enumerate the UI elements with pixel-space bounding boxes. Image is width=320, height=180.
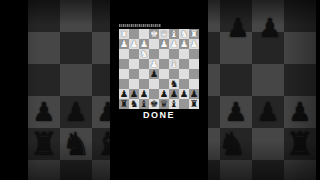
square-b7[interactable]: ♟ [179,89,189,99]
square-d3[interactable] [159,49,169,59]
background-square [284,32,316,64]
square-b5[interactable] [179,69,189,79]
square-c2[interactable]: ♟ [169,39,179,49]
background-square [284,64,316,96]
bg-pawn-icon: ♟ [222,12,254,44]
background-square [284,160,316,180]
square-d8[interactable]: ♛ [159,99,169,109]
square-e1[interactable]: ♚ [149,29,159,39]
bg-pawn-icon: ♟ [254,12,286,44]
tiny-caption-strip [119,24,161,27]
bg-rook-icon: ♜ [28,128,60,160]
square-a5[interactable] [189,69,199,79]
black-rook: ♜ [120,99,129,109]
square-b8[interactable] [179,99,189,109]
background-square [220,64,252,96]
background-square [28,0,60,32]
square-h2[interactable]: ♟ [119,39,129,49]
square-b2[interactable]: ♟ [179,39,189,49]
background-square [60,32,92,64]
white-pawn: ♟ [130,39,139,49]
square-f4[interactable] [139,59,149,69]
square-h4[interactable] [119,59,129,69]
black-queen: ♛ [160,99,169,109]
background-square [252,128,284,160]
white-pawn: ♟ [180,39,189,49]
bg-knight-icon: ♞ [60,128,92,160]
square-f8[interactable]: ♝ [139,99,149,109]
white-pawn: ♟ [120,39,129,49]
bg-pawn-icon: ♟ [28,96,60,128]
background-square [28,32,60,64]
bg-pawn-icon: ♟ [60,96,92,128]
video-frame: ♟♟♟♟♟♜♞♝♟♟♟♞♜ ♜♚♛♝♞♜♟♟♟♟♟♟♟♞♟♝♟♞♟♟♟♟♟♟♟♜… [0,0,320,180]
square-d5[interactable] [159,69,169,79]
square-e2[interactable] [149,39,159,49]
square-d2[interactable]: ♟ [159,39,169,49]
background-square [252,64,284,96]
background-square [60,0,92,32]
background-square [252,160,284,180]
square-d4[interactable] [159,59,169,69]
square-g3[interactable] [129,49,139,59]
black-pawn: ♟ [150,69,159,79]
black-king: ♚ [150,99,159,109]
puzzle-card: ♜♚♛♝♞♜♟♟♟♟♟♟♟♞♟♝♟♞♟♟♟♟♟♟♟♜♞♝♚♛♝♜ DONE [110,0,208,180]
square-c8[interactable]: ♝ [169,99,179,109]
square-c4[interactable]: ♝ [169,59,179,69]
done-button[interactable]: DONE [110,110,208,120]
background-square [220,160,252,180]
bg-pawn-icon: ♟ [220,96,252,128]
white-pawn: ♟ [170,39,179,49]
square-g8[interactable]: ♞ [129,99,139,109]
square-h8[interactable]: ♜ [119,99,129,109]
black-rook: ♜ [190,99,199,109]
background-square [60,160,92,180]
bg-pawn-icon: ♟ [252,96,284,128]
square-a8[interactable]: ♜ [189,99,199,109]
square-b4[interactable] [179,59,189,69]
square-e5[interactable]: ♟ [149,69,159,79]
square-e6[interactable] [149,79,159,89]
white-pawn: ♟ [160,39,169,49]
square-g5[interactable] [129,69,139,79]
bg-rook-icon: ♜ [284,128,316,160]
bg-pawn-icon: ♟ [284,96,316,128]
square-b3[interactable] [179,49,189,59]
background-square [60,64,92,96]
square-h3[interactable] [119,49,129,59]
square-g4[interactable] [129,59,139,69]
background-square [28,160,60,180]
white-pawn: ♟ [190,39,199,49]
background-square [28,64,60,96]
square-f3[interactable]: ♞ [139,49,149,59]
bg-knight-icon: ♞ [216,128,248,160]
white-king: ♚ [150,29,159,39]
white-knight: ♞ [140,49,149,59]
chess-board[interactable]: ♜♚♛♝♞♜♟♟♟♟♟♟♟♞♟♝♟♞♟♟♟♟♟♟♟♜♞♝♚♛♝♜ [119,29,199,109]
square-f5[interactable] [139,69,149,79]
background-square [284,0,316,32]
square-e8[interactable]: ♚ [149,99,159,109]
square-a3[interactable] [189,49,199,59]
square-a4[interactable] [189,59,199,69]
square-a2[interactable]: ♟ [189,39,199,49]
white-bishop: ♝ [170,59,179,69]
square-h5[interactable] [119,69,129,79]
black-pawn: ♟ [180,89,189,99]
square-g2[interactable]: ♟ [129,39,139,49]
black-bishop: ♝ [170,99,179,109]
black-bishop: ♝ [140,99,149,109]
black-knight: ♞ [130,99,139,109]
